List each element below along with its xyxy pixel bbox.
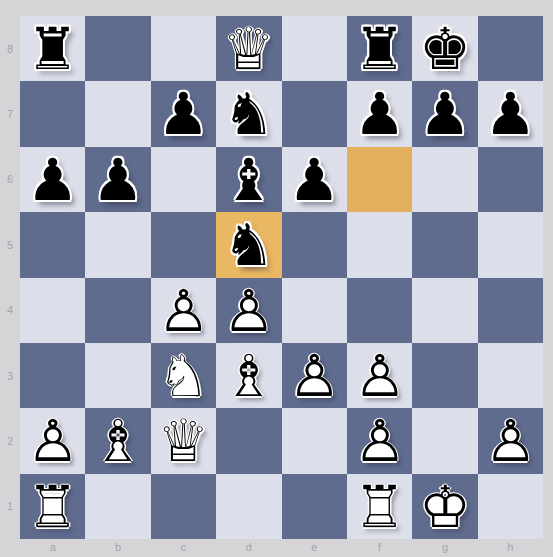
file-label-h: h [478, 539, 543, 555]
white-king-outline: ♔ [412, 474, 477, 539]
square-g7[interactable]: ♟ [412, 81, 477, 146]
square-g1[interactable]: ♚♔ [412, 474, 477, 539]
square-b7[interactable] [85, 81, 150, 146]
white-bishop-outline: ♗ [216, 343, 281, 408]
rank-label-4: 4 [0, 278, 20, 343]
square-e6[interactable]: ♟ [282, 147, 347, 212]
square-a5[interactable] [20, 212, 85, 277]
square-d4[interactable]: ♟♙ [216, 278, 281, 343]
white-pawn[interactable]: ♟♙ [478, 408, 543, 473]
white-queen[interactable]: ♛♕ [216, 16, 281, 81]
file-label-a: a [20, 539, 85, 555]
white-pawn-outline: ♙ [478, 408, 543, 473]
square-d8[interactable]: ♛♕ [216, 16, 281, 81]
square-h5[interactable] [478, 212, 543, 277]
white-pawn-outline: ♙ [347, 343, 412, 408]
square-h3[interactable] [478, 343, 543, 408]
square-f4[interactable] [347, 278, 412, 343]
square-f8[interactable]: ♜ [347, 16, 412, 81]
square-c7[interactable]: ♟ [151, 81, 216, 146]
black-pawn[interactable]: ♟ [347, 81, 412, 146]
black-knight[interactable]: ♞ [216, 81, 281, 146]
square-d5[interactable]: ♞ [216, 212, 281, 277]
white-pawn-outline: ♙ [347, 408, 412, 473]
square-g8[interactable]: ♚ [412, 16, 477, 81]
square-c5[interactable] [151, 212, 216, 277]
square-d2[interactable] [216, 408, 281, 473]
square-d6[interactable]: ♝ [216, 147, 281, 212]
rank-label-2: 2 [0, 408, 20, 473]
square-e5[interactable] [282, 212, 347, 277]
white-bishop[interactable]: ♝♗ [216, 343, 281, 408]
square-b5[interactable] [85, 212, 150, 277]
white-pawn[interactable]: ♟♙ [347, 343, 412, 408]
white-pawn[interactable]: ♟♙ [151, 278, 216, 343]
rank-label-1: 1 [0, 474, 20, 539]
square-g3[interactable] [412, 343, 477, 408]
square-e4[interactable] [282, 278, 347, 343]
square-d3[interactable]: ♝♗ [216, 343, 281, 408]
black-pawn-glyph: ♟ [20, 147, 85, 212]
square-c3[interactable]: ♞♘ [151, 343, 216, 408]
square-c1[interactable] [151, 474, 216, 539]
square-g5[interactable] [412, 212, 477, 277]
black-pawn[interactable]: ♟ [412, 81, 477, 146]
square-h6[interactable] [478, 147, 543, 212]
square-a3[interactable] [20, 343, 85, 408]
square-e8[interactable] [282, 16, 347, 81]
black-pawn-glyph: ♟ [478, 81, 543, 146]
square-h7[interactable]: ♟ [478, 81, 543, 146]
square-c4[interactable]: ♟♙ [151, 278, 216, 343]
black-pawn-glyph: ♟ [347, 81, 412, 146]
black-pawn-glyph: ♟ [85, 147, 150, 212]
white-pawn-outline: ♙ [151, 278, 216, 343]
black-pawn[interactable]: ♟ [282, 147, 347, 212]
white-rook[interactable]: ♜♖ [347, 474, 412, 539]
black-pawn[interactable]: ♟ [85, 147, 150, 212]
square-h2[interactable]: ♟♙ [478, 408, 543, 473]
white-knight-outline: ♘ [151, 343, 216, 408]
square-a2[interactable]: ♟♙ [20, 408, 85, 473]
square-a4[interactable] [20, 278, 85, 343]
file-label-e: e [282, 539, 347, 555]
square-e2[interactable] [282, 408, 347, 473]
square-e3[interactable]: ♟♙ [282, 343, 347, 408]
square-b6[interactable]: ♟ [85, 147, 150, 212]
file-label-b: b [85, 539, 150, 555]
white-pawn[interactable]: ♟♙ [216, 278, 281, 343]
white-bishop-outline: ♗ [85, 408, 150, 473]
white-pawn[interactable]: ♟♙ [282, 343, 347, 408]
square-g2[interactable] [412, 408, 477, 473]
white-pawn-outline: ♙ [20, 408, 85, 473]
black-pawn-glyph: ♟ [151, 81, 216, 146]
square-c8[interactable] [151, 16, 216, 81]
black-pawn[interactable]: ♟ [151, 81, 216, 146]
black-pawn-glyph: ♟ [282, 147, 347, 212]
black-pawn[interactable]: ♟ [478, 81, 543, 146]
white-rook-outline: ♖ [20, 474, 85, 539]
white-bishop[interactable]: ♝♗ [85, 408, 150, 473]
rank-label-6: 6 [0, 147, 20, 212]
file-label-f: f [347, 539, 412, 555]
file-labels: abcdefgh [20, 539, 543, 555]
rank-label-8: 8 [0, 16, 20, 81]
square-c6[interactable] [151, 147, 216, 212]
rank-label-5: 5 [0, 212, 20, 277]
black-pawn[interactable]: ♟ [20, 147, 85, 212]
rank-label-7: 7 [0, 81, 20, 146]
square-a1[interactable]: ♜♖ [20, 474, 85, 539]
chess-board[interactable]: ♜♛♕♜♚♟♞♟♟♟♟♟♝♟♞♟♙♟♙♞♘♝♗♟♙♟♙♟♙♝♗♛♕♟♙♟♙♜♖♜… [20, 16, 543, 539]
white-queen-outline: ♕ [151, 408, 216, 473]
file-label-c: c [151, 539, 216, 555]
white-queen-outline: ♕ [216, 16, 281, 81]
black-rook-glyph: ♜ [20, 16, 85, 81]
square-f6[interactable] [347, 147, 412, 212]
white-knight[interactable]: ♞♘ [151, 343, 216, 408]
black-knight[interactable]: ♞ [216, 212, 281, 277]
file-label-g: g [412, 539, 477, 555]
black-bishop[interactable]: ♝ [216, 147, 281, 212]
black-bishop-glyph: ♝ [216, 147, 281, 212]
square-h4[interactable] [478, 278, 543, 343]
black-rook[interactable]: ♜ [20, 16, 85, 81]
square-a7[interactable] [20, 81, 85, 146]
square-f7[interactable]: ♟ [347, 81, 412, 146]
black-knight-glyph: ♞ [216, 81, 281, 146]
black-king-glyph: ♚ [412, 16, 477, 81]
square-d1[interactable] [216, 474, 281, 539]
white-rook-outline: ♖ [347, 474, 412, 539]
square-f3[interactable]: ♟♙ [347, 343, 412, 408]
square-b4[interactable] [85, 278, 150, 343]
file-label-d: d [216, 539, 281, 555]
white-pawn[interactable]: ♟♙ [347, 408, 412, 473]
square-h1[interactable] [478, 474, 543, 539]
white-rook[interactable]: ♜♖ [20, 474, 85, 539]
square-f2[interactable]: ♟♙ [347, 408, 412, 473]
white-pawn-outline: ♙ [282, 343, 347, 408]
square-b8[interactable] [85, 16, 150, 81]
square-f5[interactable] [347, 212, 412, 277]
square-f1[interactable]: ♜♖ [347, 474, 412, 539]
black-pawn-glyph: ♟ [412, 81, 477, 146]
chess-app-stage: 87654321 ♜♛♕♜♚♟♞♟♟♟♟♟♝♟♞♟♙♟♙♞♘♝♗♟♙♟♙♟♙♝♗… [0, 0, 553, 557]
square-d7[interactable]: ♞ [216, 81, 281, 146]
square-a6[interactable]: ♟ [20, 147, 85, 212]
square-h8[interactable] [478, 16, 543, 81]
black-knight-glyph: ♞ [216, 212, 281, 277]
square-e7[interactable] [282, 81, 347, 146]
square-c2[interactable]: ♛♕ [151, 408, 216, 473]
white-queen[interactable]: ♛♕ [151, 408, 216, 473]
white-king[interactable]: ♚♔ [412, 474, 477, 539]
black-rook-glyph: ♜ [347, 16, 412, 81]
square-b1[interactable] [85, 474, 150, 539]
square-e1[interactable] [282, 474, 347, 539]
black-king[interactable]: ♚ [412, 16, 477, 81]
white-pawn[interactable]: ♟♙ [20, 408, 85, 473]
black-rook[interactable]: ♜ [347, 16, 412, 81]
square-g4[interactable] [412, 278, 477, 343]
white-pawn-outline: ♙ [216, 278, 281, 343]
square-b3[interactable] [85, 343, 150, 408]
square-g6[interactable] [412, 147, 477, 212]
rank-label-3: 3 [0, 343, 20, 408]
square-b2[interactable]: ♝♗ [85, 408, 150, 473]
square-a8[interactable]: ♜ [20, 16, 85, 81]
rank-labels: 87654321 [0, 16, 20, 539]
